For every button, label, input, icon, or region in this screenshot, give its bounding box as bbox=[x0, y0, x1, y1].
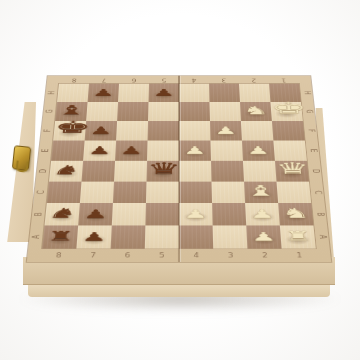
square-d7 bbox=[82, 161, 116, 182]
square-d6 bbox=[114, 161, 147, 182]
piece-white-pawn-e4: ♟ bbox=[179, 141, 211, 161]
square-f2 bbox=[241, 121, 273, 141]
rank-label-front-4: 4 bbox=[190, 252, 203, 259]
file-label-left-a: A bbox=[31, 233, 43, 242]
white-pawn-glyph: ♟ bbox=[210, 125, 242, 135]
file-label-right-f: F bbox=[305, 127, 316, 134]
rank-label-back-6: 6 bbox=[128, 77, 139, 83]
square-c1 bbox=[276, 182, 311, 204]
square-c2 bbox=[244, 182, 278, 204]
rank-label-back-8: 8 bbox=[68, 77, 80, 83]
file-label-left-e: E bbox=[40, 147, 51, 155]
file-label-right-d: D bbox=[309, 167, 320, 175]
file-label-left-h: H bbox=[47, 89, 57, 96]
rank-label-back-1: 1 bbox=[278, 77, 290, 83]
square-c4 bbox=[179, 182, 212, 204]
piece-black-pawn-h5: ♟ bbox=[149, 84, 179, 102]
file-label-left-g: G bbox=[45, 108, 55, 115]
square-b6 bbox=[112, 203, 146, 225]
piece-white-knight-g2: ♞ bbox=[240, 102, 272, 121]
rank-label-back-3: 3 bbox=[218, 77, 229, 83]
file-label-left-b: B bbox=[33, 210, 44, 218]
rank-label-front-3: 3 bbox=[224, 252, 237, 259]
square-h4 bbox=[179, 84, 209, 102]
rank-label-front-2: 2 bbox=[258, 252, 271, 259]
square-f6 bbox=[116, 121, 148, 141]
black-pawn-glyph: ♟ bbox=[83, 145, 115, 156]
black-bishop-glyph: ♝ bbox=[56, 103, 88, 116]
piece-black-pawn-e6: ♟ bbox=[115, 141, 147, 161]
square-e1 bbox=[273, 141, 307, 161]
rank-label-front-5: 5 bbox=[155, 252, 168, 259]
square-g5 bbox=[148, 102, 179, 121]
square-f4 bbox=[179, 121, 210, 141]
square-c8 bbox=[47, 182, 82, 204]
square-b2 bbox=[245, 203, 280, 225]
square-d3 bbox=[211, 161, 244, 182]
square-e5 bbox=[147, 141, 179, 161]
board-scene: AABBCCDDEEFFGGHH8877665544332211 ♟♟♝♞♚♚♟… bbox=[0, 0, 360, 360]
black-king-glyph: ♚ bbox=[54, 119, 87, 135]
file-label-left-f: F bbox=[43, 127, 54, 134]
piece-white-pawn-e2: ♟ bbox=[242, 141, 275, 161]
piece-black-king-f8: ♚ bbox=[53, 121, 86, 141]
chess-board: AABBCCDDEEFFGGHH8877665544332211 ♟♟♝♞♚♚♟… bbox=[27, 76, 331, 262]
black-pawn-glyph: ♟ bbox=[88, 88, 119, 98]
file-label-right-a: A bbox=[316, 233, 328, 242]
square-d2 bbox=[243, 161, 277, 182]
file-label-right-c: C bbox=[311, 188, 322, 196]
square-h2 bbox=[239, 84, 270, 102]
square-a2 bbox=[246, 225, 281, 248]
square-b3 bbox=[212, 203, 246, 225]
piece-white-pawn-f3: ♟ bbox=[210, 121, 242, 141]
square-g6 bbox=[117, 102, 148, 121]
white-king-glyph: ♚ bbox=[270, 100, 302, 116]
square-a3 bbox=[213, 225, 248, 248]
file-label-right-e: E bbox=[307, 147, 318, 155]
black-pawn-glyph: ♟ bbox=[149, 88, 179, 98]
piece-black-pawn-h7: ♟ bbox=[88, 84, 119, 102]
square-a6 bbox=[111, 225, 146, 248]
square-c5 bbox=[146, 182, 179, 204]
black-pawn-glyph: ♟ bbox=[115, 145, 147, 156]
square-g4 bbox=[179, 102, 210, 121]
square-d4 bbox=[179, 161, 211, 182]
file-label-right-h: H bbox=[301, 89, 311, 96]
square-b7 bbox=[78, 203, 113, 225]
piece-black-pawn-e7: ♟ bbox=[83, 141, 116, 161]
square-h8 bbox=[57, 84, 89, 102]
rank-label-back-7: 7 bbox=[98, 77, 110, 83]
square-c6 bbox=[113, 182, 147, 204]
white-knight-glyph: ♞ bbox=[240, 105, 271, 116]
square-a4 bbox=[179, 225, 213, 248]
white-pawn-glyph: ♟ bbox=[242, 145, 274, 156]
square-a5 bbox=[145, 225, 179, 248]
file-label-left-d: D bbox=[38, 167, 49, 175]
square-b1 bbox=[278, 203, 313, 225]
square-a1 bbox=[280, 225, 316, 248]
rank-label-front-7: 7 bbox=[86, 252, 99, 259]
rank-label-front-1: 1 bbox=[293, 252, 307, 259]
rank-label-front-8: 8 bbox=[52, 252, 66, 259]
brass-clasp bbox=[12, 145, 31, 171]
rank-label-back-2: 2 bbox=[248, 77, 260, 83]
white-pawn-glyph: ♟ bbox=[179, 145, 211, 156]
square-f5 bbox=[148, 121, 179, 141]
square-a7 bbox=[76, 225, 111, 248]
black-pawn-glyph: ♟ bbox=[85, 125, 117, 135]
square-g3 bbox=[209, 102, 240, 121]
chess-set-photo: AABBCCDDEEFFGGHH8877665544332211 ♟♟♝♞♚♚♟… bbox=[0, 0, 360, 360]
square-e8 bbox=[51, 141, 85, 161]
square-c7 bbox=[80, 182, 114, 204]
rank-label-front-6: 6 bbox=[121, 252, 134, 259]
square-c3 bbox=[211, 182, 245, 204]
square-b5 bbox=[145, 203, 179, 225]
file-label-left-c: C bbox=[36, 188, 47, 196]
rank-label-back-4: 4 bbox=[188, 77, 199, 83]
square-a8 bbox=[42, 225, 78, 248]
piece-white-king-g1: ♚ bbox=[270, 102, 302, 121]
square-e3 bbox=[210, 141, 242, 161]
square-h3 bbox=[209, 84, 240, 102]
square-f1 bbox=[272, 121, 305, 141]
rank-label-back-5: 5 bbox=[158, 77, 169, 83]
square-b4 bbox=[179, 203, 213, 225]
file-label-right-b: B bbox=[313, 210, 324, 218]
square-b8 bbox=[45, 203, 80, 225]
square-h6 bbox=[118, 84, 149, 102]
